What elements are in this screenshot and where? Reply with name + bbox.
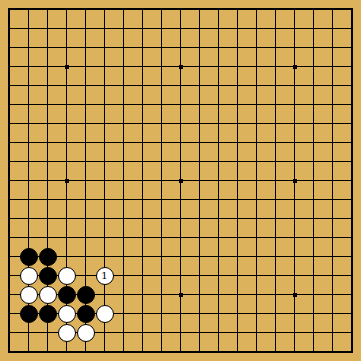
intersection[interactable] xyxy=(323,57,342,76)
intersection[interactable] xyxy=(285,342,304,361)
intersection[interactable] xyxy=(323,19,342,38)
intersection[interactable] xyxy=(209,76,228,95)
intersection[interactable] xyxy=(133,0,152,19)
intersection[interactable] xyxy=(152,323,171,342)
intersection[interactable] xyxy=(76,342,95,361)
intersection[interactable] xyxy=(285,266,304,285)
intersection[interactable] xyxy=(323,190,342,209)
intersection[interactable] xyxy=(171,209,190,228)
intersection[interactable] xyxy=(114,38,133,57)
intersection[interactable] xyxy=(323,0,342,19)
intersection[interactable] xyxy=(171,57,190,76)
intersection[interactable] xyxy=(0,114,19,133)
white-stone[interactable] xyxy=(20,286,38,304)
intersection[interactable] xyxy=(171,19,190,38)
intersection[interactable] xyxy=(247,228,266,247)
intersection[interactable] xyxy=(304,95,323,114)
intersection[interactable] xyxy=(209,247,228,266)
white-stone[interactable] xyxy=(58,305,76,323)
intersection[interactable] xyxy=(0,76,19,95)
intersection[interactable] xyxy=(38,285,57,304)
intersection[interactable] xyxy=(57,0,76,19)
intersection[interactable] xyxy=(342,19,361,38)
intersection[interactable] xyxy=(19,285,38,304)
intersection[interactable] xyxy=(228,247,247,266)
intersection[interactable] xyxy=(76,57,95,76)
intersection[interactable] xyxy=(228,304,247,323)
intersection[interactable] xyxy=(228,228,247,247)
intersection[interactable] xyxy=(38,190,57,209)
intersection[interactable] xyxy=(114,190,133,209)
intersection[interactable] xyxy=(247,266,266,285)
intersection[interactable] xyxy=(76,304,95,323)
intersection[interactable] xyxy=(171,228,190,247)
intersection[interactable] xyxy=(57,114,76,133)
intersection[interactable] xyxy=(209,133,228,152)
intersection[interactable] xyxy=(228,19,247,38)
intersection[interactable] xyxy=(323,95,342,114)
intersection[interactable] xyxy=(247,285,266,304)
intersection[interactable] xyxy=(114,266,133,285)
intersection[interactable] xyxy=(171,247,190,266)
intersection[interactable] xyxy=(95,95,114,114)
intersection[interactable] xyxy=(190,95,209,114)
intersection[interactable] xyxy=(152,57,171,76)
intersection[interactable] xyxy=(76,19,95,38)
intersection[interactable] xyxy=(95,152,114,171)
intersection[interactable] xyxy=(114,209,133,228)
intersection[interactable] xyxy=(76,285,95,304)
intersection[interactable] xyxy=(152,228,171,247)
intersection[interactable] xyxy=(133,57,152,76)
intersection[interactable] xyxy=(19,19,38,38)
intersection[interactable] xyxy=(57,266,76,285)
white-stone[interactable] xyxy=(39,286,57,304)
intersection[interactable] xyxy=(304,114,323,133)
intersection[interactable] xyxy=(95,0,114,19)
intersection[interactable] xyxy=(0,57,19,76)
intersection[interactable] xyxy=(152,133,171,152)
intersection[interactable] xyxy=(76,76,95,95)
intersection[interactable] xyxy=(304,38,323,57)
intersection[interactable] xyxy=(209,19,228,38)
intersection[interactable] xyxy=(114,152,133,171)
intersection[interactable] xyxy=(57,57,76,76)
intersection[interactable] xyxy=(323,228,342,247)
black-stone[interactable] xyxy=(39,267,57,285)
intersection[interactable] xyxy=(228,342,247,361)
intersection[interactable] xyxy=(266,114,285,133)
intersection[interactable] xyxy=(95,114,114,133)
intersection[interactable] xyxy=(247,190,266,209)
white-stone[interactable] xyxy=(77,324,95,342)
intersection[interactable] xyxy=(0,171,19,190)
intersection[interactable] xyxy=(228,57,247,76)
intersection[interactable] xyxy=(76,95,95,114)
intersection[interactable] xyxy=(57,76,76,95)
intersection[interactable] xyxy=(133,247,152,266)
intersection[interactable] xyxy=(57,95,76,114)
intersection[interactable] xyxy=(190,266,209,285)
intersection[interactable] xyxy=(152,285,171,304)
intersection[interactable] xyxy=(19,190,38,209)
intersection[interactable] xyxy=(76,133,95,152)
intersection[interactable] xyxy=(114,133,133,152)
intersection[interactable] xyxy=(228,190,247,209)
intersection[interactable] xyxy=(342,228,361,247)
intersection[interactable] xyxy=(76,38,95,57)
intersection[interactable] xyxy=(19,152,38,171)
intersection[interactable] xyxy=(114,114,133,133)
intersection[interactable] xyxy=(171,76,190,95)
intersection[interactable] xyxy=(95,76,114,95)
intersection[interactable] xyxy=(209,304,228,323)
intersection[interactable] xyxy=(323,342,342,361)
intersection[interactable] xyxy=(266,190,285,209)
intersection[interactable] xyxy=(266,95,285,114)
intersection[interactable] xyxy=(38,57,57,76)
intersection[interactable] xyxy=(323,266,342,285)
intersection[interactable] xyxy=(0,228,19,247)
intersection[interactable] xyxy=(342,133,361,152)
intersection[interactable] xyxy=(285,171,304,190)
intersection[interactable] xyxy=(342,114,361,133)
black-stone[interactable] xyxy=(77,286,95,304)
intersection[interactable] xyxy=(285,152,304,171)
intersection[interactable] xyxy=(190,285,209,304)
intersection[interactable] xyxy=(190,76,209,95)
white-stone[interactable] xyxy=(96,305,114,323)
intersection[interactable] xyxy=(171,304,190,323)
intersection[interactable] xyxy=(304,247,323,266)
intersection[interactable] xyxy=(304,152,323,171)
intersection[interactable] xyxy=(190,152,209,171)
intersection[interactable] xyxy=(304,57,323,76)
intersection[interactable] xyxy=(304,0,323,19)
intersection[interactable] xyxy=(285,95,304,114)
intersection[interactable] xyxy=(190,190,209,209)
intersection[interactable] xyxy=(342,285,361,304)
intersection[interactable] xyxy=(266,19,285,38)
intersection[interactable] xyxy=(114,19,133,38)
intersection[interactable] xyxy=(266,247,285,266)
intersection[interactable] xyxy=(76,114,95,133)
intersection[interactable] xyxy=(285,0,304,19)
intersection[interactable] xyxy=(171,114,190,133)
intersection[interactable] xyxy=(209,323,228,342)
intersection[interactable] xyxy=(19,95,38,114)
intersection[interactable] xyxy=(247,76,266,95)
intersection[interactable] xyxy=(38,133,57,152)
intersection[interactable] xyxy=(57,323,76,342)
intersection[interactable] xyxy=(228,323,247,342)
intersection[interactable] xyxy=(133,95,152,114)
intersection[interactable] xyxy=(152,114,171,133)
intersection[interactable] xyxy=(209,152,228,171)
intersection[interactable] xyxy=(0,19,19,38)
intersection[interactable] xyxy=(38,209,57,228)
intersection[interactable] xyxy=(114,304,133,323)
intersection[interactable] xyxy=(304,342,323,361)
intersection[interactable] xyxy=(114,171,133,190)
intersection[interactable] xyxy=(114,247,133,266)
intersection[interactable] xyxy=(38,266,57,285)
intersection[interactable] xyxy=(0,152,19,171)
intersection[interactable] xyxy=(342,304,361,323)
intersection[interactable] xyxy=(323,304,342,323)
intersection[interactable] xyxy=(57,171,76,190)
intersection[interactable] xyxy=(19,304,38,323)
intersection[interactable] xyxy=(190,228,209,247)
intersection[interactable] xyxy=(266,0,285,19)
intersection[interactable] xyxy=(342,76,361,95)
intersection[interactable] xyxy=(19,114,38,133)
intersection[interactable] xyxy=(285,285,304,304)
intersection[interactable] xyxy=(209,266,228,285)
intersection[interactable] xyxy=(0,190,19,209)
intersection[interactable] xyxy=(19,0,38,19)
intersection[interactable] xyxy=(209,114,228,133)
intersection[interactable] xyxy=(285,57,304,76)
intersection[interactable] xyxy=(304,19,323,38)
intersection[interactable] xyxy=(304,171,323,190)
intersection[interactable] xyxy=(95,342,114,361)
intersection[interactable] xyxy=(0,0,19,19)
intersection[interactable] xyxy=(285,114,304,133)
intersection[interactable] xyxy=(133,285,152,304)
intersection[interactable] xyxy=(304,209,323,228)
intersection[interactable] xyxy=(38,323,57,342)
intersection[interactable] xyxy=(304,76,323,95)
intersection[interactable] xyxy=(228,133,247,152)
intersection[interactable] xyxy=(95,304,114,323)
intersection[interactable] xyxy=(0,133,19,152)
intersection[interactable] xyxy=(209,285,228,304)
intersection[interactable] xyxy=(247,19,266,38)
intersection[interactable] xyxy=(190,0,209,19)
intersection[interactable] xyxy=(152,38,171,57)
intersection[interactable] xyxy=(247,57,266,76)
intersection[interactable] xyxy=(95,190,114,209)
intersection[interactable] xyxy=(304,190,323,209)
intersection[interactable] xyxy=(304,285,323,304)
intersection[interactable] xyxy=(342,38,361,57)
intersection[interactable] xyxy=(152,304,171,323)
intersection[interactable] xyxy=(133,76,152,95)
intersection[interactable] xyxy=(209,190,228,209)
intersection[interactable] xyxy=(133,266,152,285)
intersection[interactable] xyxy=(323,323,342,342)
white-stone[interactable] xyxy=(20,267,38,285)
intersection[interactable] xyxy=(0,285,19,304)
intersection[interactable] xyxy=(57,228,76,247)
intersection[interactable] xyxy=(133,323,152,342)
intersection[interactable] xyxy=(76,190,95,209)
intersection[interactable] xyxy=(133,133,152,152)
intersection[interactable] xyxy=(304,304,323,323)
intersection[interactable] xyxy=(152,190,171,209)
intersection[interactable] xyxy=(304,133,323,152)
intersection[interactable] xyxy=(190,114,209,133)
intersection[interactable] xyxy=(114,228,133,247)
intersection[interactable] xyxy=(171,285,190,304)
intersection[interactable] xyxy=(152,171,171,190)
intersection[interactable] xyxy=(228,209,247,228)
intersection[interactable] xyxy=(190,171,209,190)
intersection[interactable] xyxy=(57,190,76,209)
intersection[interactable] xyxy=(342,0,361,19)
intersection[interactable] xyxy=(0,266,19,285)
intersection[interactable] xyxy=(133,114,152,133)
intersection[interactable] xyxy=(133,171,152,190)
intersection[interactable] xyxy=(228,171,247,190)
intersection[interactable] xyxy=(38,342,57,361)
black-stone[interactable] xyxy=(39,248,57,266)
intersection[interactable] xyxy=(285,247,304,266)
intersection[interactable] xyxy=(133,19,152,38)
intersection[interactable] xyxy=(19,323,38,342)
intersection[interactable] xyxy=(114,0,133,19)
intersection[interactable] xyxy=(247,304,266,323)
intersection[interactable] xyxy=(57,209,76,228)
intersection[interactable] xyxy=(152,76,171,95)
intersection[interactable]: 1 xyxy=(95,266,114,285)
intersection[interactable] xyxy=(95,19,114,38)
intersection[interactable] xyxy=(342,152,361,171)
intersection[interactable] xyxy=(190,323,209,342)
intersection[interactable] xyxy=(57,19,76,38)
intersection[interactable] xyxy=(152,209,171,228)
intersection[interactable] xyxy=(285,38,304,57)
intersection[interactable] xyxy=(95,285,114,304)
intersection[interactable] xyxy=(190,247,209,266)
intersection[interactable] xyxy=(285,19,304,38)
intersection[interactable] xyxy=(95,133,114,152)
intersection[interactable] xyxy=(171,190,190,209)
intersection[interactable] xyxy=(228,95,247,114)
intersection[interactable] xyxy=(171,152,190,171)
intersection[interactable] xyxy=(57,304,76,323)
intersection[interactable] xyxy=(76,247,95,266)
intersection[interactable] xyxy=(247,114,266,133)
intersection[interactable] xyxy=(247,38,266,57)
intersection[interactable] xyxy=(0,304,19,323)
intersection[interactable] xyxy=(19,76,38,95)
intersection[interactable] xyxy=(266,209,285,228)
intersection[interactable] xyxy=(247,323,266,342)
intersection[interactable] xyxy=(171,342,190,361)
black-stone[interactable] xyxy=(58,286,76,304)
intersection[interactable] xyxy=(209,95,228,114)
intersection[interactable] xyxy=(57,247,76,266)
intersection[interactable] xyxy=(171,266,190,285)
intersection[interactable] xyxy=(133,228,152,247)
intersection[interactable] xyxy=(57,342,76,361)
intersection[interactable] xyxy=(114,342,133,361)
intersection[interactable] xyxy=(190,19,209,38)
intersection[interactable] xyxy=(323,133,342,152)
intersection[interactable] xyxy=(152,247,171,266)
intersection[interactable] xyxy=(152,152,171,171)
intersection[interactable] xyxy=(266,152,285,171)
intersection[interactable] xyxy=(95,228,114,247)
intersection[interactable] xyxy=(247,95,266,114)
intersection[interactable] xyxy=(57,152,76,171)
intersection[interactable] xyxy=(247,152,266,171)
intersection[interactable] xyxy=(76,209,95,228)
intersection[interactable] xyxy=(0,323,19,342)
intersection[interactable] xyxy=(266,228,285,247)
intersection[interactable] xyxy=(114,323,133,342)
intersection[interactable] xyxy=(19,57,38,76)
intersection[interactable] xyxy=(152,266,171,285)
intersection[interactable] xyxy=(266,171,285,190)
intersection[interactable] xyxy=(171,323,190,342)
intersection[interactable] xyxy=(323,285,342,304)
intersection[interactable] xyxy=(342,171,361,190)
intersection[interactable] xyxy=(152,95,171,114)
intersection[interactable] xyxy=(228,285,247,304)
intersection[interactable] xyxy=(0,95,19,114)
intersection[interactable] xyxy=(57,285,76,304)
intersection[interactable] xyxy=(171,38,190,57)
intersection[interactable] xyxy=(209,38,228,57)
intersection[interactable] xyxy=(0,209,19,228)
intersection[interactable] xyxy=(19,38,38,57)
intersection[interactable] xyxy=(76,266,95,285)
intersection[interactable] xyxy=(19,209,38,228)
intersection[interactable] xyxy=(171,133,190,152)
intersection[interactable] xyxy=(95,323,114,342)
intersection[interactable] xyxy=(133,190,152,209)
black-stone[interactable] xyxy=(77,305,95,323)
intersection[interactable] xyxy=(38,304,57,323)
intersection[interactable] xyxy=(323,114,342,133)
intersection[interactable] xyxy=(342,266,361,285)
intersection[interactable] xyxy=(209,342,228,361)
intersection[interactable] xyxy=(38,171,57,190)
intersection[interactable] xyxy=(304,228,323,247)
intersection[interactable] xyxy=(133,209,152,228)
intersection[interactable] xyxy=(190,304,209,323)
intersection[interactable] xyxy=(0,342,19,361)
intersection[interactable] xyxy=(38,228,57,247)
intersection[interactable] xyxy=(266,38,285,57)
intersection[interactable] xyxy=(247,133,266,152)
intersection[interactable] xyxy=(304,323,323,342)
intersection[interactable] xyxy=(133,38,152,57)
intersection[interactable] xyxy=(285,209,304,228)
intersection[interactable] xyxy=(38,95,57,114)
intersection[interactable] xyxy=(38,19,57,38)
intersection[interactable] xyxy=(266,76,285,95)
intersection[interactable] xyxy=(114,76,133,95)
intersection[interactable] xyxy=(76,152,95,171)
intersection[interactable] xyxy=(323,247,342,266)
intersection[interactable] xyxy=(342,323,361,342)
intersection[interactable] xyxy=(285,133,304,152)
intersection[interactable] xyxy=(266,266,285,285)
intersection[interactable] xyxy=(190,342,209,361)
intersection[interactable] xyxy=(171,171,190,190)
marked-white-stone[interactable]: 1 xyxy=(96,267,114,285)
intersection[interactable] xyxy=(285,76,304,95)
intersection[interactable] xyxy=(133,304,152,323)
intersection[interactable] xyxy=(190,57,209,76)
intersection[interactable] xyxy=(152,0,171,19)
intersection[interactable] xyxy=(57,133,76,152)
intersection[interactable] xyxy=(114,285,133,304)
